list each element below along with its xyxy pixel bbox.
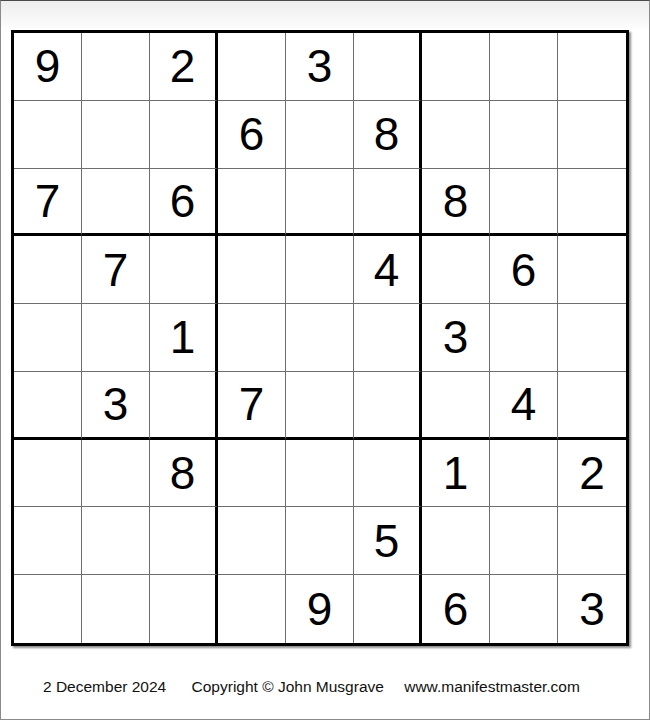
cell-r4c2: 7 xyxy=(82,236,150,304)
cell-r9c2[interactable] xyxy=(82,575,150,643)
cell-r9c9: 3 xyxy=(558,575,626,643)
cell-r7c6[interactable] xyxy=(354,440,422,508)
given-digit: 8 xyxy=(374,111,400,157)
given-digit: 1 xyxy=(170,314,196,360)
cell-r1c6[interactable] xyxy=(354,33,422,101)
cell-r3c3: 6 xyxy=(150,169,218,237)
cell-r8c6: 5 xyxy=(354,507,422,575)
cell-r3c5[interactable] xyxy=(286,169,354,237)
given-digit: 3 xyxy=(443,314,469,360)
given-digit: 9 xyxy=(35,43,61,89)
cell-r4c6: 4 xyxy=(354,236,422,304)
given-digit: 5 xyxy=(374,518,400,564)
cell-r6c8: 4 xyxy=(490,372,558,440)
cell-r9c6[interactable] xyxy=(354,575,422,643)
cell-r1c9[interactable] xyxy=(558,33,626,101)
cell-r8c4[interactable] xyxy=(218,507,286,575)
cell-r8c3[interactable] xyxy=(150,507,218,575)
cell-r5c6[interactable] xyxy=(354,304,422,372)
cell-r4c9[interactable] xyxy=(558,236,626,304)
cell-r7c8[interactable] xyxy=(490,440,558,508)
cell-r5c1[interactable] xyxy=(14,304,82,372)
cell-r8c2[interactable] xyxy=(82,507,150,575)
cell-r9c5: 9 xyxy=(286,575,354,643)
given-digit: 3 xyxy=(307,43,333,89)
cell-r6c9[interactable] xyxy=(558,372,626,440)
cell-r2c3[interactable] xyxy=(150,101,218,169)
given-digit: 8 xyxy=(170,450,196,496)
cell-r4c4[interactable] xyxy=(218,236,286,304)
cell-r6c4: 7 xyxy=(218,372,286,440)
given-digit: 7 xyxy=(239,381,265,427)
cell-r3c8[interactable] xyxy=(490,169,558,237)
footer-copyright: Copyright © John Musgrave xyxy=(192,678,384,695)
footer: 2 December 2024 Copyright © John Musgrav… xyxy=(43,678,580,696)
cell-r7c4[interactable] xyxy=(218,440,286,508)
given-digit: 4 xyxy=(374,247,400,293)
cell-r7c1[interactable] xyxy=(14,440,82,508)
cell-r5c8[interactable] xyxy=(490,304,558,372)
cell-r2c9[interactable] xyxy=(558,101,626,169)
cell-r4c7[interactable] xyxy=(422,236,490,304)
cell-r9c8[interactable] xyxy=(490,575,558,643)
cell-r5c4[interactable] xyxy=(218,304,286,372)
cell-r8c5[interactable] xyxy=(286,507,354,575)
cell-r7c9: 2 xyxy=(558,440,626,508)
cell-r5c9[interactable] xyxy=(558,304,626,372)
cell-r3c9[interactable] xyxy=(558,169,626,237)
cell-r2c7[interactable] xyxy=(422,101,490,169)
cell-r9c4[interactable] xyxy=(218,575,286,643)
given-digit: 4 xyxy=(511,381,537,427)
cell-r6c7[interactable] xyxy=(422,372,490,440)
cell-r4c5[interactable] xyxy=(286,236,354,304)
footer-url: www.manifestmaster.com xyxy=(404,678,580,695)
given-digit: 3 xyxy=(579,586,605,632)
given-digit: 3 xyxy=(103,381,129,427)
cell-r9c7: 6 xyxy=(422,575,490,643)
cell-r3c4[interactable] xyxy=(218,169,286,237)
cell-r1c1: 9 xyxy=(14,33,82,101)
cell-r1c5: 3 xyxy=(286,33,354,101)
given-digit: 2 xyxy=(579,450,605,496)
given-digit: 7 xyxy=(103,247,129,293)
cell-r6c1[interactable] xyxy=(14,372,82,440)
cell-r6c6[interactable] xyxy=(354,372,422,440)
cell-r1c4[interactable] xyxy=(218,33,286,101)
cell-r5c3: 1 xyxy=(150,304,218,372)
cell-r3c6[interactable] xyxy=(354,169,422,237)
cell-r2c2[interactable] xyxy=(82,101,150,169)
cell-r9c1[interactable] xyxy=(14,575,82,643)
cell-r2c4: 6 xyxy=(218,101,286,169)
page-top-band xyxy=(1,1,649,28)
cell-r2c8[interactable] xyxy=(490,101,558,169)
cell-r8c7[interactable] xyxy=(422,507,490,575)
cell-r8c8[interactable] xyxy=(490,507,558,575)
given-digit: 7 xyxy=(35,178,61,224)
cell-r5c2[interactable] xyxy=(82,304,150,372)
cell-r4c1[interactable] xyxy=(14,236,82,304)
cell-r2c1[interactable] xyxy=(14,101,82,169)
cell-r2c6: 8 xyxy=(354,101,422,169)
cell-r2c5[interactable] xyxy=(286,101,354,169)
cell-r1c8[interactable] xyxy=(490,33,558,101)
given-digit: 1 xyxy=(443,450,469,496)
cell-r3c2[interactable] xyxy=(82,169,150,237)
cell-r5c7: 3 xyxy=(422,304,490,372)
cell-r7c7: 1 xyxy=(422,440,490,508)
cell-r5c5[interactable] xyxy=(286,304,354,372)
cell-r4c3[interactable] xyxy=(150,236,218,304)
given-digit: 6 xyxy=(170,178,196,224)
cell-r7c5[interactable] xyxy=(286,440,354,508)
cell-r1c2[interactable] xyxy=(82,33,150,101)
cell-r8c9[interactable] xyxy=(558,507,626,575)
cell-r3c1: 7 xyxy=(14,169,82,237)
cell-r7c3: 8 xyxy=(150,440,218,508)
cell-r4c8: 6 xyxy=(490,236,558,304)
cell-r1c3: 2 xyxy=(150,33,218,101)
cell-r9c3[interactable] xyxy=(150,575,218,643)
given-digit: 6 xyxy=(511,247,537,293)
cell-r6c5[interactable] xyxy=(286,372,354,440)
cell-r6c3[interactable] xyxy=(150,372,218,440)
given-digit: 9 xyxy=(307,586,333,632)
sudoku-board: 92368768746133748125963 xyxy=(11,30,629,646)
given-digit: 6 xyxy=(239,111,265,157)
cell-r3c7: 8 xyxy=(422,169,490,237)
cell-r6c2: 3 xyxy=(82,372,150,440)
given-digit: 6 xyxy=(443,586,469,632)
puzzle-page: 92368768746133748125963 2 December 2024 … xyxy=(0,0,650,720)
given-digit: 2 xyxy=(170,43,196,89)
cell-r8c1[interactable] xyxy=(14,507,82,575)
cell-r7c2[interactable] xyxy=(82,440,150,508)
footer-date: 2 December 2024 xyxy=(43,678,166,695)
given-digit: 8 xyxy=(443,178,469,224)
cell-r1c7[interactable] xyxy=(422,33,490,101)
